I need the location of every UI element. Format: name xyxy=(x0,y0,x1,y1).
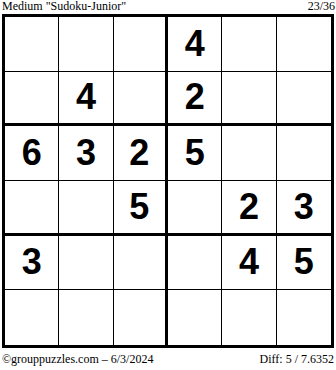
cell-r3c1-given: 6 xyxy=(5,126,59,181)
cell-r4c1-empty[interactable] xyxy=(5,181,59,236)
cell-r3c3-given: 2 xyxy=(114,126,168,181)
cell-r1c2-empty[interactable] xyxy=(59,17,113,72)
cell-r5c5-given: 4 xyxy=(222,236,276,291)
cell-r3c5-empty[interactable] xyxy=(222,126,276,181)
puzzle-title: Medium "Sudoku-Junior" xyxy=(2,0,126,13)
remaining-counter: 23/36 xyxy=(308,0,335,13)
sudoku-junior-page: Medium "Sudoku-Junior" 23/36 44263255233… xyxy=(0,0,336,370)
cell-r6c5-empty[interactable] xyxy=(222,290,276,345)
cell-r2c4-given: 2 xyxy=(168,72,222,127)
cell-r1c5-empty[interactable] xyxy=(222,17,276,72)
cell-r1c6-empty[interactable] xyxy=(277,17,331,72)
cell-r4c5-given: 2 xyxy=(222,181,276,236)
cell-r2c5-empty[interactable] xyxy=(222,72,276,127)
cell-r4c3-given: 5 xyxy=(114,181,168,236)
cell-r6c4-empty[interactable] xyxy=(168,290,222,345)
cell-r2c1-empty[interactable] xyxy=(5,72,59,127)
cell-r2c6-empty[interactable] xyxy=(277,72,331,127)
copyright-text: ©grouppuzzles.com – 6/3/2024 xyxy=(2,353,153,366)
cell-r3c2-given: 3 xyxy=(59,126,113,181)
cell-r3c4-given: 5 xyxy=(168,126,222,181)
cell-r6c2-empty[interactable] xyxy=(59,290,113,345)
cell-r1c4-given: 4 xyxy=(168,17,222,72)
cell-r5c4-empty[interactable] xyxy=(168,236,222,291)
cell-r5c1-given: 3 xyxy=(5,236,59,291)
difficulty-text: Diff: 5 / 7.6352 xyxy=(260,353,334,366)
cell-r4c4-empty[interactable] xyxy=(168,181,222,236)
cell-r1c1-empty[interactable] xyxy=(5,17,59,72)
cell-r3c6-empty[interactable] xyxy=(277,126,331,181)
cell-r5c3-empty[interactable] xyxy=(114,236,168,291)
cell-r6c6-empty[interactable] xyxy=(277,290,331,345)
cell-r5c6-given: 5 xyxy=(277,236,331,291)
cell-r4c2-empty[interactable] xyxy=(59,181,113,236)
cell-r1c3-empty[interactable] xyxy=(114,17,168,72)
cell-r6c1-empty[interactable] xyxy=(5,290,59,345)
cell-r4c6-given: 3 xyxy=(277,181,331,236)
cell-r6c3-empty[interactable] xyxy=(114,290,168,345)
cell-r5c2-empty[interactable] xyxy=(59,236,113,291)
cell-r2c2-given: 4 xyxy=(59,72,113,127)
cell-r2c3-empty[interactable] xyxy=(114,72,168,127)
sudoku-board: 4426325523345 xyxy=(2,14,334,348)
puzzle-header: Medium "Sudoku-Junior" 23/36 xyxy=(0,0,336,14)
puzzle-footer: ©grouppuzzles.com – 6/3/2024 Diff: 5 / 7… xyxy=(0,350,336,370)
